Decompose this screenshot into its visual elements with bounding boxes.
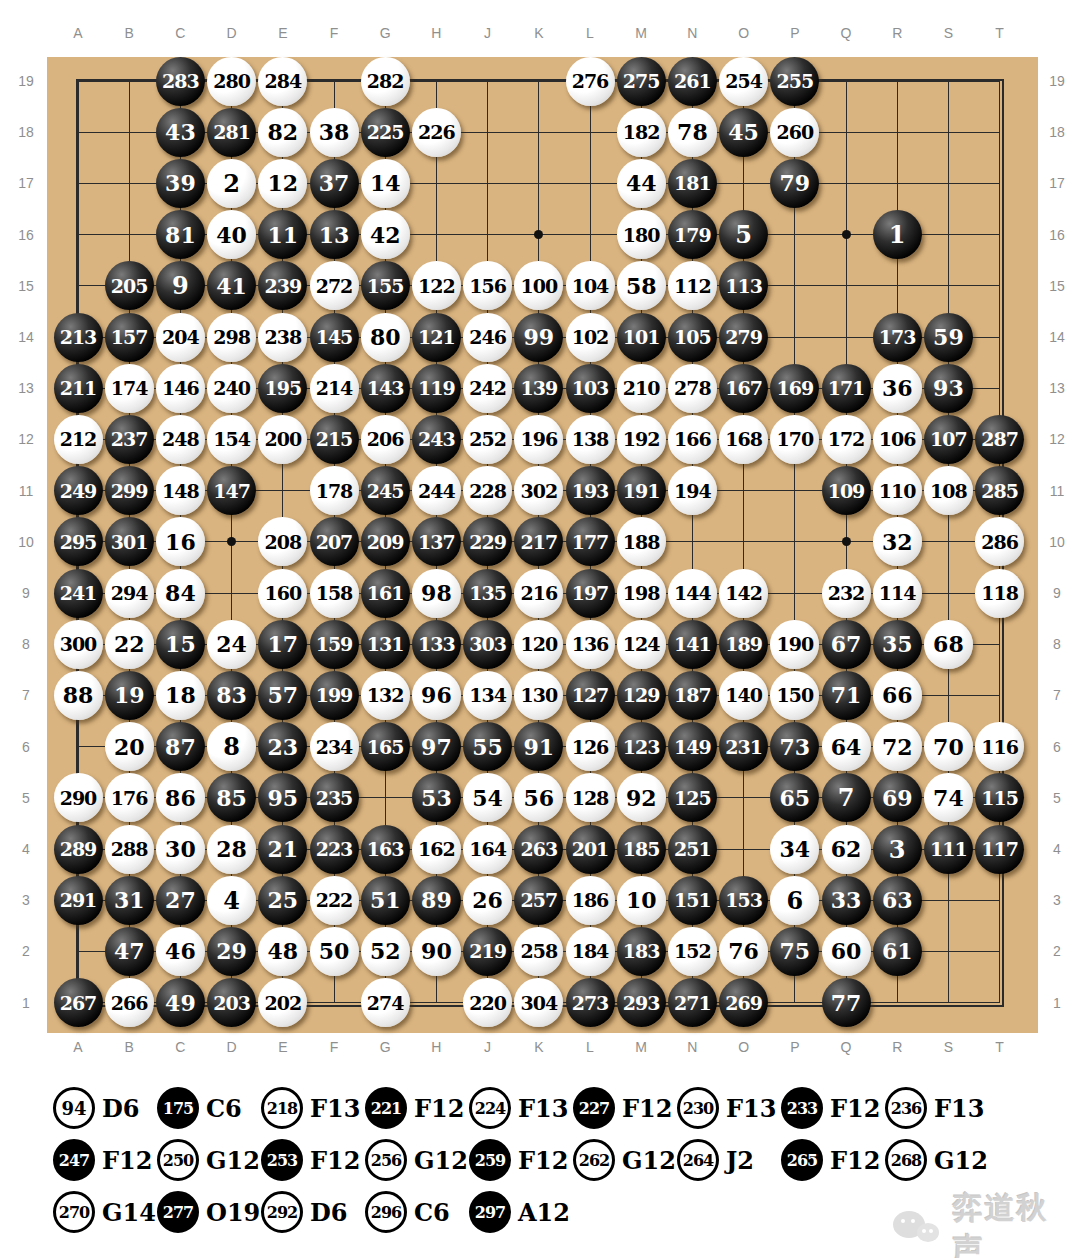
stone-number: 146	[162, 377, 199, 399]
stone-number: 203	[213, 992, 250, 1014]
stone-number: 215	[316, 428, 353, 450]
stone-number: 160	[264, 582, 301, 604]
stone-A7: 88	[54, 671, 103, 720]
caption-entry: 264J2	[677, 1139, 781, 1181]
column-label: Q	[841, 25, 852, 41]
caption-move-number: 224	[475, 1099, 505, 1118]
caption-move-circle: 297	[469, 1191, 511, 1233]
stone-P8: 190	[770, 620, 819, 669]
caption-move-number: 230	[683, 1099, 713, 1118]
stone-G14: 80	[361, 313, 410, 362]
stone-number: 53	[421, 785, 452, 811]
caption-entry: 297A12	[469, 1191, 573, 1233]
stone-P13: 169	[770, 364, 819, 413]
stone-M10: 188	[617, 517, 666, 566]
stone-R5: 69	[873, 773, 922, 822]
stone-number: 93	[933, 375, 964, 401]
stone-number: 126	[572, 736, 609, 758]
stone-Q5: 7	[822, 773, 871, 822]
stone-number: 257	[520, 889, 557, 911]
row-label: 6	[1053, 739, 1061, 755]
column-label: N	[687, 1039, 697, 1055]
stone-E13: 195	[258, 364, 307, 413]
stone-G1: 274	[361, 978, 410, 1027]
stone-number: 180	[623, 224, 660, 246]
stone-number: 111	[930, 838, 967, 860]
row-label: 14	[18, 329, 34, 345]
row-label: 16	[1049, 227, 1065, 243]
stone-G10: 209	[361, 517, 410, 566]
stone-number: 136	[572, 633, 609, 655]
caption-entry: 259F12	[469, 1139, 573, 1181]
caption-move-coordinate: F12	[102, 1146, 152, 1175]
stone-G9: 161	[361, 569, 410, 618]
stone-number: 35	[882, 631, 913, 657]
stone-number: 55	[472, 734, 503, 760]
stone-C17: 39	[156, 159, 205, 208]
stone-P18: 260	[770, 108, 819, 157]
stone-L13: 103	[566, 364, 615, 413]
stone-C12: 248	[156, 415, 205, 464]
stone-O1: 269	[719, 978, 768, 1027]
stone-number: 77	[831, 990, 862, 1016]
stone-number: 79	[779, 170, 810, 196]
stone-T4: 117	[975, 825, 1024, 874]
caption-move-number: 221	[371, 1099, 401, 1118]
caption-move-coordinate: F12	[310, 1146, 360, 1175]
caption-move-coordinate: D6	[310, 1198, 348, 1227]
stone-E4: 21	[258, 825, 307, 874]
row-label: 19	[18, 73, 34, 89]
stone-number: 6	[786, 886, 803, 915]
column-label: K	[534, 1039, 543, 1055]
caption-move-circle: 175	[157, 1087, 199, 1129]
stone-number: 56	[523, 785, 554, 811]
stone-number: 204	[162, 326, 199, 348]
row-label: 4	[22, 841, 30, 857]
stone-L8: 136	[566, 620, 615, 669]
stone-number: 15	[165, 631, 196, 657]
stone-number: 249	[60, 480, 97, 502]
stone-number: 25	[267, 887, 298, 913]
stone-K14: 99	[514, 313, 563, 362]
row-label: 12	[1049, 431, 1065, 447]
caption-entry: 250G12	[157, 1139, 261, 1181]
stone-B7: 19	[105, 671, 154, 720]
caption-move-number: 297	[475, 1203, 505, 1222]
stone-number: 301	[111, 531, 148, 553]
caption-move-number: 262	[579, 1151, 609, 1170]
row-label: 16	[18, 227, 34, 243]
stone-A14: 213	[54, 313, 103, 362]
stone-S4: 111	[924, 825, 973, 874]
caption-move-number: 265	[787, 1151, 817, 1170]
stone-K4: 263	[514, 825, 563, 874]
stone-number: 189	[725, 633, 762, 655]
stone-N17: 181	[668, 159, 717, 208]
stone-O6: 231	[719, 722, 768, 771]
stone-number: 37	[319, 170, 350, 196]
stone-number: 238	[264, 326, 301, 348]
stone-number: 110	[879, 480, 916, 502]
caption-entry: 296C6	[365, 1191, 469, 1233]
column-label: F	[330, 1039, 339, 1055]
stone-S12: 107	[924, 415, 973, 464]
stone-P7: 150	[770, 671, 819, 720]
stone-number: 258	[520, 940, 557, 962]
row-label: 3	[1053, 892, 1061, 908]
stone-number: 167	[725, 377, 762, 399]
stone-number: 182	[623, 121, 660, 143]
stone-number: 164	[469, 838, 506, 860]
stone-number: 212	[60, 428, 97, 450]
kifu-page: 2832802842822762752612542554328182382252…	[0, 0, 1080, 1258]
stone-J7: 134	[463, 671, 512, 720]
stone-number: 32	[882, 529, 913, 555]
column-label: C	[175, 1039, 185, 1055]
stone-F14: 145	[310, 313, 359, 362]
column-label: D	[227, 25, 237, 41]
stone-number: 29	[216, 938, 247, 964]
stone-number: 235	[316, 787, 353, 809]
stone-S5: 74	[924, 773, 973, 822]
stone-number: 78	[677, 119, 708, 145]
stone-number: 251	[674, 838, 711, 860]
stone-B2: 47	[105, 927, 154, 976]
row-label: 2	[22, 943, 30, 959]
stone-O3: 153	[719, 876, 768, 925]
stone-number: 67	[831, 631, 862, 657]
stone-number: 39	[165, 170, 196, 196]
stone-R3: 63	[873, 876, 922, 925]
stone-number: 187	[674, 684, 711, 706]
stone-B8: 22	[105, 620, 154, 669]
column-label: T	[995, 1039, 1004, 1055]
stone-number: 8	[223, 732, 240, 761]
caption-move-coordinate: F13	[518, 1094, 568, 1123]
stone-E17: 12	[258, 159, 307, 208]
caption-move-number: 264	[683, 1151, 713, 1170]
stone-number: 177	[572, 531, 609, 553]
stone-number: 33	[831, 887, 862, 913]
stone-number: 188	[623, 531, 660, 553]
stone-M5: 92	[617, 773, 666, 822]
stone-number: 232	[828, 582, 865, 604]
row-label: 13	[1049, 380, 1065, 396]
stone-B11: 299	[105, 466, 154, 515]
stone-number: 148	[162, 480, 199, 502]
column-label: A	[73, 25, 82, 41]
stone-number: 58	[626, 273, 657, 299]
column-label: M	[635, 1039, 647, 1055]
caption-move-coordinate: G12	[414, 1146, 468, 1175]
stone-N9: 144	[668, 569, 717, 618]
stone-Q11: 109	[822, 466, 871, 515]
stone-number: 75	[779, 938, 810, 964]
column-label: O	[738, 25, 749, 41]
stone-L6: 126	[566, 722, 615, 771]
stone-D3: 4	[207, 876, 256, 925]
stone-number: 209	[367, 531, 404, 553]
stone-number: 85	[216, 785, 247, 811]
stone-B1: 266	[105, 978, 154, 1027]
stone-R9: 114	[873, 569, 922, 618]
stone-number: 299	[111, 480, 148, 502]
caption-move-number: 175	[163, 1099, 193, 1118]
stone-M3: 10	[617, 876, 666, 925]
stone-F9: 158	[310, 569, 359, 618]
stone-number: 98	[421, 580, 452, 606]
stone-number: 274	[367, 992, 404, 1014]
caption-move-number: 256	[371, 1151, 401, 1170]
stone-F8: 159	[310, 620, 359, 669]
stone-number: 234	[316, 736, 353, 758]
stone-number: 266	[111, 992, 148, 1014]
row-label: 15	[18, 278, 34, 294]
stone-number: 4	[223, 886, 240, 915]
stone-H3: 89	[412, 876, 461, 925]
stone-number: 241	[60, 582, 97, 604]
stone-J9: 135	[463, 569, 512, 618]
stone-G19: 282	[361, 57, 410, 106]
stone-L9: 197	[566, 569, 615, 618]
stone-G2: 52	[361, 927, 410, 976]
row-label: 17	[1049, 175, 1065, 191]
stone-number: 131	[367, 633, 404, 655]
caption-move-coordinate: G14	[102, 1198, 156, 1227]
caption-entry: 227F12	[573, 1087, 677, 1129]
caption-entry: 265F12	[781, 1139, 885, 1181]
stone-number: 163	[367, 838, 404, 860]
stone-M2: 183	[617, 927, 666, 976]
stone-number: 113	[725, 275, 762, 297]
row-label: 10	[1049, 534, 1065, 550]
stone-number: 130	[520, 684, 557, 706]
stone-E8: 17	[258, 620, 307, 669]
stone-number: 72	[882, 734, 913, 760]
caption-move-coordinate: F12	[622, 1094, 672, 1123]
row-label: 5	[22, 790, 30, 806]
star-point	[842, 537, 851, 546]
stone-number: 135	[469, 582, 506, 604]
stone-K13: 139	[514, 364, 563, 413]
stone-number: 20	[114, 734, 145, 760]
stone-C3: 27	[156, 876, 205, 925]
stone-number: 280	[213, 70, 250, 92]
stone-E9: 160	[258, 569, 307, 618]
stone-number: 22	[114, 631, 145, 657]
caption-entry: 221F12	[365, 1087, 469, 1129]
stone-number: 195	[264, 377, 301, 399]
caption-move-number: 296	[371, 1203, 401, 1222]
column-label: J	[484, 1039, 491, 1055]
stone-P12: 170	[770, 415, 819, 464]
stone-B15: 205	[105, 261, 154, 310]
stone-number: 49	[165, 990, 196, 1016]
stone-number: 132	[367, 684, 404, 706]
caption-move-circle: 221	[365, 1087, 407, 1129]
row-label: 8	[1053, 636, 1061, 652]
stone-number: 300	[60, 633, 97, 655]
stone-number: 214	[316, 377, 353, 399]
stone-E2: 48	[258, 927, 307, 976]
column-label: R	[892, 25, 902, 41]
caption-move-circle: 233	[781, 1087, 823, 1129]
stone-H18: 226	[412, 108, 461, 157]
stone-B6: 20	[105, 722, 154, 771]
stone-N16: 179	[668, 210, 717, 259]
stone-K7: 130	[514, 671, 563, 720]
stone-number: 222	[316, 889, 353, 911]
stone-number: 27	[165, 887, 196, 913]
stone-O19: 254	[719, 57, 768, 106]
stone-N1: 271	[668, 978, 717, 1027]
stone-number: 153	[725, 889, 762, 911]
stone-number: 171	[828, 377, 865, 399]
stone-L11: 193	[566, 466, 615, 515]
stone-number: 193	[572, 480, 609, 502]
stone-number: 64	[831, 734, 862, 760]
stone-H2: 90	[412, 927, 461, 976]
stone-N2: 152	[668, 927, 717, 976]
caption-move-coordinate: G12	[622, 1146, 676, 1175]
stone-number: 120	[520, 633, 557, 655]
caption-move-circle: 247	[53, 1139, 95, 1181]
stone-number: 9	[172, 271, 189, 300]
stone-H4: 162	[412, 825, 461, 874]
column-label: K	[534, 25, 543, 41]
caption-move-coordinate: A12	[518, 1198, 570, 1227]
stone-number: 267	[60, 992, 97, 1014]
stone-number: 147	[213, 480, 250, 502]
row-label: 19	[1049, 73, 1065, 89]
stone-L1: 273	[566, 978, 615, 1027]
stone-B3: 31	[105, 876, 154, 925]
row-label: 5	[1053, 790, 1061, 806]
stone-number: 273	[572, 992, 609, 1014]
caption-entry: 233F12	[781, 1087, 885, 1129]
stone-R12: 106	[873, 415, 922, 464]
caption-move-circle: 218	[261, 1087, 303, 1129]
stone-number: 283	[162, 70, 199, 92]
caption-move-circle: 259	[469, 1139, 511, 1181]
stone-number: 128	[572, 787, 609, 809]
stone-R6: 72	[873, 722, 922, 771]
stone-H5: 53	[412, 773, 461, 822]
caption-move-circle: 268	[885, 1139, 927, 1181]
stone-L15: 104	[566, 261, 615, 310]
stone-M6: 123	[617, 722, 666, 771]
row-label: 18	[1049, 124, 1065, 140]
stone-H11: 244	[412, 466, 461, 515]
stone-number: 181	[674, 172, 711, 194]
row-label: 7	[22, 687, 30, 703]
caption-entry: 292D6	[261, 1191, 365, 1233]
row-label: 8	[22, 636, 30, 652]
stone-number: 69	[882, 785, 913, 811]
stone-number: 66	[882, 682, 913, 708]
stone-number: 80	[370, 324, 401, 350]
stone-number: 269	[725, 992, 762, 1014]
stone-G11: 245	[361, 466, 410, 515]
column-label: E	[278, 25, 287, 41]
stone-number: 38	[319, 119, 350, 145]
stone-D14: 298	[207, 313, 256, 362]
stone-number: 65	[779, 785, 810, 811]
stone-number: 100	[520, 275, 557, 297]
caption-entry: 224F13	[469, 1087, 573, 1129]
stone-M15: 58	[617, 261, 666, 310]
stone-S13: 93	[924, 364, 973, 413]
stone-number: 45	[728, 119, 759, 145]
stone-K1: 304	[514, 978, 563, 1027]
stone-C14: 204	[156, 313, 205, 362]
stone-H14: 121	[412, 313, 461, 362]
stone-number: 285	[981, 480, 1018, 502]
stone-number: 48	[267, 938, 298, 964]
stone-C2: 46	[156, 927, 205, 976]
stone-J13: 242	[463, 364, 512, 413]
stone-T5: 115	[975, 773, 1024, 822]
stone-A9: 241	[54, 569, 103, 618]
stone-F6: 234	[310, 722, 359, 771]
stone-C19: 283	[156, 57, 205, 106]
stone-H9: 98	[412, 569, 461, 618]
stone-number: 199	[316, 684, 353, 706]
stone-number: 76	[728, 938, 759, 964]
stone-number: 5	[735, 220, 752, 249]
stone-number: 186	[572, 889, 609, 911]
stone-number: 157	[111, 326, 148, 348]
stone-B10: 301	[105, 517, 154, 566]
stone-number: 83	[216, 682, 247, 708]
stone-G7: 132	[361, 671, 410, 720]
caption-entry: 262G12	[573, 1139, 677, 1181]
stone-number: 202	[264, 992, 301, 1014]
stone-K8: 120	[514, 620, 563, 669]
stone-N18: 78	[668, 108, 717, 157]
stone-number: 237	[111, 428, 148, 450]
stone-D18: 281	[207, 108, 256, 157]
watermark: 弈道秋声	[893, 1188, 1080, 1258]
stone-number: 138	[572, 428, 609, 450]
stone-number: 11	[267, 222, 298, 248]
stone-number: 248	[162, 428, 199, 450]
caption-row: 247F12250G12253F12256G12259F12262G12264J…	[53, 1139, 989, 1181]
caption-move-number: 94	[61, 1098, 86, 1119]
stone-number: 44	[626, 170, 657, 196]
column-label: B	[125, 1039, 134, 1055]
stone-N14: 105	[668, 313, 717, 362]
stone-number: 240	[213, 377, 250, 399]
caption-move-coordinate: F13	[934, 1094, 984, 1123]
caption-row: 270G14277O19292D6296C6297A12	[53, 1191, 573, 1233]
stone-number: 104	[572, 275, 609, 297]
stone-M8: 124	[617, 620, 666, 669]
stone-number: 176	[111, 787, 148, 809]
stone-O2: 76	[719, 927, 768, 976]
caption-move-number: 247	[59, 1151, 89, 1170]
caption-move-number: 270	[59, 1203, 89, 1222]
caption-move-number: 277	[163, 1203, 193, 1222]
stone-G12: 206	[361, 415, 410, 464]
stone-N12: 166	[668, 415, 717, 464]
stone-number: 288	[111, 838, 148, 860]
caption-entry: 230F13	[677, 1087, 781, 1129]
caption-move-circle: 253	[261, 1139, 303, 1181]
stone-number: 226	[418, 121, 455, 143]
stone-number: 26	[472, 887, 503, 913]
